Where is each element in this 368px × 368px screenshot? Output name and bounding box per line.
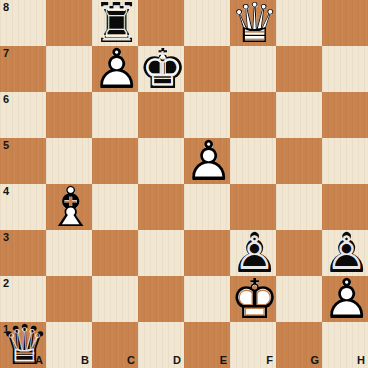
- square-e5[interactable]: ♟♙: [184, 138, 230, 184]
- square-a5[interactable]: 5: [0, 138, 46, 184]
- square-a1[interactable]: 1A♛♕: [0, 322, 46, 368]
- piece-outline-glyph: ♔: [142, 50, 181, 89]
- square-c2[interactable]: [92, 276, 138, 322]
- white-pawn-piece[interactable]: ♟♙: [184, 138, 230, 184]
- square-b6[interactable]: [46, 92, 92, 138]
- square-a3[interactable]: 3: [0, 230, 46, 276]
- square-c4[interactable]: [92, 184, 138, 230]
- file-label-d: D: [173, 355, 181, 366]
- white-pawn-piece[interactable]: ♟♙: [92, 46, 138, 92]
- square-f7[interactable]: [230, 46, 276, 92]
- piece-fill-glyph: ♛: [0, 322, 46, 368]
- piece-outline-glyph: ♙: [92, 46, 138, 92]
- square-d3[interactable]: [138, 230, 184, 276]
- square-g7[interactable]: [276, 46, 322, 92]
- square-h6[interactable]: [322, 92, 368, 138]
- square-h7[interactable]: [322, 46, 368, 92]
- square-c8[interactable]: ♜♖: [92, 0, 138, 46]
- rank-label-6: 6: [3, 94, 9, 105]
- square-c1[interactable]: C: [92, 322, 138, 368]
- square-h8[interactable]: [322, 0, 368, 46]
- piece-outline-glyph: ♙: [184, 138, 230, 184]
- square-d2[interactable]: [138, 276, 184, 322]
- square-e1[interactable]: E: [184, 322, 230, 368]
- square-d6[interactable]: [138, 92, 184, 138]
- piece-outline-glyph: ♖: [96, 4, 135, 43]
- square-b4[interactable]: ♝♗: [46, 184, 92, 230]
- piece-outline-glyph: ♕: [230, 0, 276, 46]
- file-label-c: C: [127, 355, 135, 366]
- black-pawn-piece[interactable]: ♟♙: [230, 230, 276, 276]
- square-e3[interactable]: [184, 230, 230, 276]
- square-h5[interactable]: [322, 138, 368, 184]
- square-c5[interactable]: [92, 138, 138, 184]
- piece-fill-glyph: ♛: [230, 1, 275, 46]
- rank-label-7: 7: [3, 48, 9, 59]
- square-e4[interactable]: [184, 184, 230, 230]
- square-g6[interactable]: [276, 92, 322, 138]
- square-f1[interactable]: F: [230, 322, 276, 368]
- square-d8[interactable]: [138, 0, 184, 46]
- piece-fill-glyph: ♟: [230, 230, 276, 276]
- square-a4[interactable]: 4: [0, 184, 46, 230]
- rank-label-5: 5: [3, 140, 9, 151]
- square-a6[interactable]: 6: [0, 92, 46, 138]
- square-b8[interactable]: [46, 0, 92, 46]
- square-b1[interactable]: B: [46, 322, 92, 368]
- square-h2[interactable]: ♟♙: [322, 276, 368, 322]
- black-rook-piece[interactable]: ♜♖: [92, 0, 138, 46]
- white-bishop-piece[interactable]: ♝♗: [46, 184, 92, 230]
- square-g3[interactable]: [276, 230, 322, 276]
- piece-outline-glyph: ♔: [230, 276, 276, 322]
- square-h3[interactable]: ♟♙: [322, 230, 368, 276]
- rank-label-4: 4: [3, 186, 9, 197]
- square-c7[interactable]: ♟♙: [92, 46, 138, 92]
- square-h1[interactable]: H: [322, 322, 368, 368]
- square-h4[interactable]: [322, 184, 368, 230]
- square-f8[interactable]: ♛♕: [230, 0, 276, 46]
- square-g4[interactable]: [276, 184, 322, 230]
- square-f2[interactable]: ♚♔: [230, 276, 276, 322]
- square-a2[interactable]: 2: [0, 276, 46, 322]
- square-e7[interactable]: [184, 46, 230, 92]
- piece-fill-glyph: ♟: [322, 277, 367, 322]
- black-pawn-piece[interactable]: ♟♙: [322, 230, 368, 276]
- file-label-h: H: [357, 355, 365, 366]
- square-a8[interactable]: 8: [0, 0, 46, 46]
- rank-label-2: 2: [3, 278, 9, 289]
- file-label-b: B: [81, 355, 89, 366]
- black-king-piece[interactable]: ♚♔: [138, 46, 184, 92]
- square-e2[interactable]: [184, 276, 230, 322]
- square-g8[interactable]: [276, 0, 322, 46]
- white-king-piece[interactable]: ♚♔: [230, 276, 276, 322]
- square-d4[interactable]: [138, 184, 184, 230]
- piece-fill-glyph: ♟: [184, 139, 229, 184]
- square-b5[interactable]: [46, 138, 92, 184]
- file-label-e: E: [220, 355, 227, 366]
- square-d7[interactable]: ♚♔: [138, 46, 184, 92]
- piece-fill-glyph: ♜: [92, 0, 138, 46]
- piece-fill-glyph: ♟: [92, 47, 137, 92]
- square-f6[interactable]: [230, 92, 276, 138]
- square-g1[interactable]: G: [276, 322, 322, 368]
- square-f5[interactable]: [230, 138, 276, 184]
- piece-outline-glyph: ♙: [234, 234, 273, 273]
- white-queen-piece[interactable]: ♛♕: [230, 0, 276, 46]
- square-d1[interactable]: D: [138, 322, 184, 368]
- piece-fill-glyph: ♟: [322, 230, 368, 276]
- square-c6[interactable]: [92, 92, 138, 138]
- square-b2[interactable]: [46, 276, 92, 322]
- square-d5[interactable]: [138, 138, 184, 184]
- rank-label-3: 3: [3, 232, 9, 243]
- rank-label-8: 8: [3, 2, 9, 13]
- piece-outline-glyph: ♙: [326, 234, 365, 273]
- piece-fill-glyph: ♝: [46, 185, 91, 230]
- piece-outline-glyph: ♗: [46, 184, 92, 230]
- square-a7[interactable]: 7: [0, 46, 46, 92]
- piece-fill-glyph: ♚: [138, 46, 184, 92]
- piece-outline-glyph: ♙: [322, 276, 368, 322]
- file-label-g: G: [310, 355, 319, 366]
- square-g2[interactable]: [276, 276, 322, 322]
- chess-board: 8♜♖♛♕7♟♙♚♔65♟♙4♝♗3♟♙♟♙2♚♔♟♙1A♛♕BCDEFGH: [0, 0, 368, 368]
- white-pawn-piece[interactable]: ♟♙: [322, 276, 368, 322]
- black-queen-piece[interactable]: ♛♕: [0, 322, 46, 368]
- square-b3[interactable]: [46, 230, 92, 276]
- square-b7[interactable]: [46, 46, 92, 92]
- piece-outline-glyph: ♕: [4, 326, 43, 365]
- square-e6[interactable]: [184, 92, 230, 138]
- square-f4[interactable]: [230, 184, 276, 230]
- piece-fill-glyph: ♚: [230, 277, 275, 322]
- square-e8[interactable]: [184, 0, 230, 46]
- square-g5[interactable]: [276, 138, 322, 184]
- file-label-f: F: [266, 355, 273, 366]
- square-c3[interactable]: [92, 230, 138, 276]
- square-f3[interactable]: ♟♙: [230, 230, 276, 276]
